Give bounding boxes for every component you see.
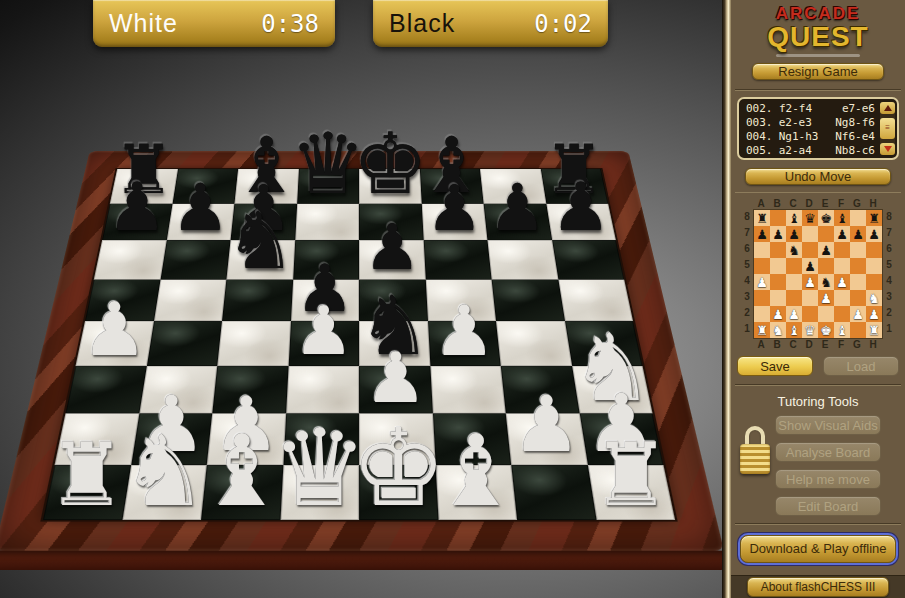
mini-square-a3 (754, 290, 770, 306)
mini-square-f1: ♝ (834, 322, 850, 338)
square-d2[interactable] (283, 413, 359, 464)
mini-square-b4 (770, 274, 786, 290)
mini-board-file-labels-bottom: ABCDEFGH (753, 339, 895, 350)
mini-square-h3: ♞ (866, 290, 882, 306)
black-piece: ♜ (756, 212, 768, 225)
square-b3[interactable] (139, 366, 217, 414)
tutoring-tools-section: Tutoring Tools Show Visual Aids Analyse … (731, 386, 905, 523)
square-f8[interactable] (419, 169, 483, 204)
mini-square-g6 (850, 242, 866, 258)
mini-board-rank-labels-left: 87654321 (741, 209, 753, 339)
square-f1[interactable] (435, 465, 517, 520)
mini-square-a2 (754, 306, 770, 322)
square-b8[interactable] (172, 169, 238, 204)
square-e1[interactable] (359, 465, 438, 520)
black-piece: ♝ (788, 212, 800, 225)
mini-square-g8 (850, 210, 866, 226)
move-row: 003.e2-e3Ng8-f6 (746, 116, 878, 130)
square-h1[interactable] (587, 465, 675, 520)
scroll-thumb[interactable]: ≡ (880, 118, 895, 139)
white-clock-time: 0:38 (261, 10, 319, 38)
mini-square-b3 (770, 290, 786, 306)
mini-square-f8: ♝ (834, 210, 850, 226)
move-list[interactable]: 002.f2-f4e7-e6003.e2-e3Ng8-f6004.Ng1-h3N… (737, 97, 899, 160)
analyse-board-button: Analyse Board (775, 442, 881, 462)
show-visual-aids-button: Show Visual Aids (775, 415, 881, 435)
square-a4[interactable] (76, 321, 154, 366)
black-piece: ♟ (836, 228, 848, 241)
square-a8[interactable] (110, 169, 178, 204)
mini-square-g4 (850, 274, 866, 290)
mini-square-f5 (834, 258, 850, 274)
mini-square-h6 (866, 242, 882, 258)
lock-icon (740, 426, 770, 476)
white-piece: ♟ (820, 292, 832, 305)
move-list-scrollbar[interactable]: ≡ (880, 102, 895, 155)
white-piece: ♟ (772, 308, 784, 321)
square-a3[interactable] (65, 366, 146, 414)
square-g4[interactable] (496, 321, 572, 366)
download-play-offline-button[interactable]: Download & Play offline (740, 535, 896, 563)
mini-square-h2: ♟ (866, 306, 882, 322)
square-c8[interactable] (234, 169, 298, 204)
mini-square-e2 (818, 306, 834, 322)
square-e7[interactable] (359, 203, 423, 240)
board-squares-grid (43, 169, 675, 520)
logo-underline (776, 54, 860, 57)
square-a5[interactable] (85, 279, 160, 321)
black-piece: ♝ (836, 212, 848, 225)
save-button[interactable]: Save (737, 356, 813, 376)
mini-square-c5 (786, 258, 802, 274)
square-g5[interactable] (492, 279, 565, 321)
mini-square-c4 (786, 274, 802, 290)
sidebar: ARCADE QUEST Resign Game 002.f2-f4e7-e60… (722, 0, 905, 598)
square-h2[interactable] (579, 413, 663, 464)
square-b6[interactable] (160, 240, 230, 279)
about-flashchess-button[interactable]: About flashCHESS III (747, 577, 889, 597)
mini-square-d5: ♟ (802, 258, 818, 274)
square-c4[interactable] (217, 321, 290, 366)
black-piece: ♟ (756, 228, 768, 241)
app-window: White 0:38 Black 0:02 ♜♝♛♚♝♜♟♟♟♟♟♟♞♟♟♟♟♞… (0, 0, 905, 598)
white-piece: ♞ (868, 292, 880, 305)
square-h3[interactable] (572, 366, 653, 414)
mini-square-f6 (834, 242, 850, 258)
mini-square-b6 (770, 242, 786, 258)
square-b2[interactable] (131, 413, 213, 464)
white-piece: ♟ (788, 308, 800, 321)
square-h5[interactable] (558, 279, 633, 321)
mini-square-a8: ♜ (754, 210, 770, 226)
square-h4[interactable] (565, 321, 643, 366)
white-piece: ♝ (836, 324, 848, 337)
black-piece: ♟ (772, 228, 784, 241)
white-piece: ♟ (852, 308, 864, 321)
mini-square-g7: ♟ (850, 226, 866, 242)
mini-square-f3 (834, 290, 850, 306)
scroll-down-button[interactable] (880, 143, 895, 155)
divider (735, 192, 901, 194)
square-f5[interactable] (425, 279, 496, 321)
square-b4[interactable] (146, 321, 222, 366)
board-3d-scene: ♜♝♛♚♝♜♟♟♟♟♟♟♞♟♟♟♟♞♟♟♞♟♟♟♟♜♞♝♛♚♝♜ (0, 44, 722, 598)
mini-square-c3 (786, 290, 802, 306)
mini-board-diagram: ABCDEFGH 87654321 ♜♝♛♚♝♜♟♟♟♟♟♟♞♟♟♟♟♞♟♟♞♟… (741, 198, 895, 350)
mini-square-f2 (834, 306, 850, 322)
resign-game-button[interactable]: Resign Game (752, 63, 884, 80)
mini-square-g1 (850, 322, 866, 338)
mini-square-b2: ♟ (770, 306, 786, 322)
square-g1[interactable] (511, 465, 596, 520)
mini-board-squares: ♜♝♛♚♝♜♟♟♟♟♟♟♞♟♟♟♟♞♟♟♞♟♟♟♟♜♞♝♛♚♝♜ (753, 209, 883, 339)
move-row: 004.Ng1-h3Nf6-e4 (746, 130, 878, 144)
square-f4[interactable] (428, 321, 501, 366)
square-e8[interactable] (359, 169, 421, 204)
mini-square-e7 (818, 226, 834, 242)
square-h6[interactable] (552, 240, 624, 279)
black-piece: ♚ (820, 212, 832, 225)
load-button: Load (823, 356, 899, 376)
square-d1[interactable] (280, 465, 359, 520)
mini-square-b8 (770, 210, 786, 226)
mini-square-h1: ♜ (866, 322, 882, 338)
square-g7[interactable] (484, 203, 552, 240)
mini-square-e3: ♟ (818, 290, 834, 306)
black-piece: ♜ (868, 212, 880, 225)
logo-quest-text: QUEST (767, 23, 868, 51)
square-b7[interactable] (166, 203, 234, 240)
white-piece: ♝ (788, 324, 800, 337)
square-d8[interactable] (297, 169, 359, 204)
move-row: 002.f2-f4e7-e6 (746, 102, 878, 116)
square-c6[interactable] (226, 240, 294, 279)
black-piece: ♛ (804, 212, 816, 225)
square-c2[interactable] (207, 413, 286, 464)
square-c7[interactable] (231, 203, 297, 240)
move-list-rows: 002.f2-f4e7-e6003.e2-e3Ng8-f6004.Ng1-h3N… (746, 102, 878, 155)
square-a2[interactable] (55, 413, 139, 464)
black-piece: ♞ (788, 244, 800, 257)
mini-square-b1: ♞ (770, 322, 786, 338)
mini-board-file-labels-top: ABCDEFGH (753, 198, 895, 209)
mini-square-d8: ♛ (802, 210, 818, 226)
mini-square-g2: ♟ (850, 306, 866, 322)
square-a6[interactable] (94, 240, 166, 279)
white-piece: ♟ (804, 276, 816, 289)
mini-square-a5 (754, 258, 770, 274)
mini-square-d7 (802, 226, 818, 242)
black-piece: ♟ (804, 260, 816, 273)
white-clock-label: White (109, 9, 178, 38)
square-b1[interactable] (122, 465, 207, 520)
scroll-up-icon (884, 105, 892, 111)
logo-arcade-text: ARCADE (767, 5, 868, 22)
edit-board-button: Edit Board (775, 496, 881, 516)
mini-square-g3 (850, 290, 866, 306)
scroll-down-icon (884, 146, 892, 152)
black-piece: ♟ (820, 244, 832, 257)
mini-square-d3 (802, 290, 818, 306)
square-g3[interactable] (501, 366, 579, 414)
tutoring-tools-title: Tutoring Tools (778, 394, 859, 409)
mini-square-h7: ♟ (866, 226, 882, 242)
white-piece: ♟ (868, 308, 880, 321)
mini-square-c8: ♝ (786, 210, 802, 226)
arcade-quest-logo: ARCADE QUEST (767, 5, 868, 57)
undo-move-button[interactable]: Undo Move (745, 168, 891, 185)
mini-square-c1: ♝ (786, 322, 802, 338)
mini-square-c2: ♟ (786, 306, 802, 322)
about-strip: About flashCHESS III (731, 575, 905, 598)
mini-square-b5 (770, 258, 786, 274)
square-c5[interactable] (222, 279, 293, 321)
black-piece: ♟ (788, 228, 800, 241)
square-d4[interactable] (288, 321, 359, 366)
move-row: 005.a2-a4Nb8-c6 (746, 144, 878, 155)
white-piece: ♞ (772, 324, 784, 337)
black-piece: ♟ (868, 228, 880, 241)
square-b5[interactable] (154, 279, 227, 321)
square-e6[interactable] (359, 240, 425, 279)
square-g2[interactable] (506, 413, 588, 464)
lock-body (740, 444, 770, 474)
square-e5[interactable] (359, 279, 428, 321)
square-g6[interactable] (487, 240, 557, 279)
divider (735, 89, 901, 91)
scroll-up-button[interactable] (880, 102, 895, 114)
white-clock: White 0:38 (93, 0, 335, 47)
white-piece: ♛ (804, 324, 816, 337)
square-d3[interactable] (286, 366, 359, 414)
square-g8[interactable] (480, 169, 546, 204)
white-piece: ♟ (756, 276, 768, 289)
divider (735, 523, 901, 525)
mini-square-e4: ♞ (818, 274, 834, 290)
square-d7[interactable] (295, 203, 359, 240)
square-e4[interactable] (359, 321, 430, 366)
black-clock: Black 0:02 (373, 0, 608, 47)
mini-square-f4: ♟ (834, 274, 850, 290)
square-h8[interactable] (540, 169, 608, 204)
square-c3[interactable] (212, 366, 288, 414)
square-d5[interactable] (291, 279, 360, 321)
mini-square-d2 (802, 306, 818, 322)
black-clock-time: 0:02 (534, 10, 592, 38)
square-c1[interactable] (201, 465, 283, 520)
white-piece: ♜ (756, 324, 768, 337)
square-e3[interactable] (359, 366, 432, 414)
square-d6[interactable] (293, 240, 359, 279)
black-piece: ♟ (852, 228, 864, 241)
mini-board-rank-labels-right: 87654321 (883, 209, 895, 339)
mini-square-d4: ♟ (802, 274, 818, 290)
chess-board-3d[interactable] (0, 151, 722, 550)
square-f6[interactable] (423, 240, 491, 279)
mini-square-h4 (866, 274, 882, 290)
square-e2[interactable] (359, 413, 435, 464)
mini-square-c6: ♞ (786, 242, 802, 258)
mini-square-a4: ♟ (754, 274, 770, 290)
black-clock-label: Black (389, 9, 455, 38)
mini-square-a7: ♟ (754, 226, 770, 242)
square-a7[interactable] (102, 203, 172, 240)
mini-square-f7: ♟ (834, 226, 850, 242)
help-me-move-button: Help me move (775, 469, 881, 489)
mini-square-b7: ♟ (770, 226, 786, 242)
mini-square-g5 (850, 258, 866, 274)
black-piece: ♞ (820, 276, 832, 289)
mini-square-e1: ♚ (818, 322, 834, 338)
square-h7[interactable] (546, 203, 616, 240)
mini-square-a6 (754, 242, 770, 258)
white-piece: ♜ (868, 324, 880, 337)
mini-square-a1: ♜ (754, 322, 770, 338)
square-f7[interactable] (421, 203, 487, 240)
sidebar-bevel-edge (722, 0, 731, 598)
mini-square-d1: ♛ (802, 322, 818, 338)
mini-square-h8: ♜ (866, 210, 882, 226)
square-a1[interactable] (43, 465, 131, 520)
mini-square-e6: ♟ (818, 242, 834, 258)
game-area: White 0:38 Black 0:02 ♜♝♛♚♝♜♟♟♟♟♟♟♞♟♟♟♟♞… (0, 0, 722, 598)
mini-square-h5 (866, 258, 882, 274)
mini-square-c7: ♟ (786, 226, 802, 242)
square-f2[interactable] (432, 413, 511, 464)
mini-square-d6 (802, 242, 818, 258)
white-piece: ♟ (836, 276, 848, 289)
white-piece: ♚ (820, 324, 832, 337)
mini-square-e5 (818, 258, 834, 274)
mini-square-e8: ♚ (818, 210, 834, 226)
square-f3[interactable] (430, 366, 506, 414)
